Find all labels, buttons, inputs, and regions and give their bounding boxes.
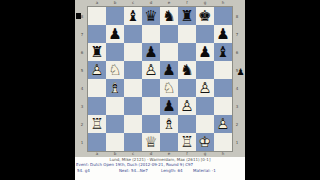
rank-labels-left: 87654321 xyxy=(79,7,85,151)
square-a6: ♜ xyxy=(88,43,106,61)
square-c2 xyxy=(124,115,142,133)
square-a8 xyxy=(88,7,106,25)
piece-black-bishop: ♝ xyxy=(214,43,232,61)
square-c6 xyxy=(124,43,142,61)
square-b7: ♟ xyxy=(106,25,124,43)
piece-black-rook: ♜ xyxy=(178,7,196,25)
square-g8: ♚ xyxy=(196,7,214,25)
coordinate-label: 1 xyxy=(79,133,85,151)
square-e8: ♞ xyxy=(160,7,178,25)
square-b8 xyxy=(106,7,124,25)
square-c5 xyxy=(124,61,142,79)
square-d7 xyxy=(142,25,160,43)
piece-black-pawn: ♟ xyxy=(106,25,124,43)
square-e4: ♞♘ xyxy=(160,79,178,97)
square-f1: ♜♖ xyxy=(178,133,196,151)
square-h2: ♟♙ xyxy=(214,115,232,133)
square-c4 xyxy=(124,79,142,97)
piece-white-rook-outline: ♖ xyxy=(88,115,106,133)
square-e6 xyxy=(160,43,178,61)
square-d2 xyxy=(142,115,160,133)
piece-white-knight-outline: ♘ xyxy=(106,61,124,79)
piece-white-pawn-outline: ♙ xyxy=(196,79,214,97)
square-a3 xyxy=(88,97,106,115)
square-f5: ♞ xyxy=(178,61,196,79)
rank-labels-right: 87654321 xyxy=(234,7,240,151)
piece-black-pawn: ♟ xyxy=(196,43,214,61)
piece-white-pawn-outline: ♙ xyxy=(178,97,196,115)
square-a2: ♜♖ xyxy=(88,115,106,133)
square-c7 xyxy=(124,25,142,43)
square-h4 xyxy=(214,79,232,97)
square-f3: ♟♙ xyxy=(178,97,196,115)
square-e5: ♟ xyxy=(160,61,178,79)
coordinate-label: 6 xyxy=(79,43,85,61)
coordinate-label: 2 xyxy=(234,115,240,133)
square-d6: ♟ xyxy=(142,43,160,61)
square-g2 xyxy=(196,115,214,133)
square-d5: ♟♙ xyxy=(142,61,160,79)
coordinate-label: a xyxy=(88,0,106,6)
square-b6 xyxy=(106,43,124,61)
coordinate-label: g xyxy=(196,0,214,6)
coordinate-label: 7 xyxy=(234,25,240,43)
square-a1 xyxy=(88,133,106,151)
event-line: Event: Dutch Open 19th, Duch (2012-09-21… xyxy=(76,162,246,167)
chess-diagram-panel: abcdefgh 87654321 87654321 ♝♛♞♜♚♟♟♜♟♟♝♟♙… xyxy=(75,0,245,180)
coordinate-label: 4 xyxy=(79,79,85,97)
square-a7 xyxy=(88,25,106,43)
material-balance: Material: -1 xyxy=(193,168,216,173)
captured-material-pawn-icon: ♟ xyxy=(236,66,245,78)
square-g3 xyxy=(196,97,214,115)
coordinate-label: 4 xyxy=(234,79,240,97)
coordinate-label: 5 xyxy=(79,61,85,79)
coordinate-label: h xyxy=(214,0,232,6)
piece-black-pawn: ♟ xyxy=(160,61,178,79)
move-info-row: 54. g4 Next: 54...Ne7 Length: 64 Materia… xyxy=(75,168,245,173)
move-played: 54. g4 xyxy=(77,168,90,173)
coordinate-label: 1 xyxy=(234,133,240,151)
square-f4 xyxy=(178,79,196,97)
square-d3 xyxy=(142,97,160,115)
square-a5: ♟♙ xyxy=(88,61,106,79)
square-f8: ♜ xyxy=(178,7,196,25)
square-e7 xyxy=(160,25,178,43)
square-h3 xyxy=(214,97,232,115)
piece-white-queen-outline: ♕ xyxy=(142,133,160,151)
coordinate-label: 7 xyxy=(79,25,85,43)
piece-black-pawn: ♟ xyxy=(160,97,178,115)
square-h1 xyxy=(214,133,232,151)
square-g1: ♚♔ xyxy=(196,133,214,151)
coordinate-label: 3 xyxy=(79,97,85,115)
square-g4: ♟♙ xyxy=(196,79,214,97)
letterbox-left xyxy=(0,0,75,180)
square-f7 xyxy=(178,25,196,43)
piece-white-bishop-outline: ♗ xyxy=(160,115,178,133)
square-d1: ♛♕ xyxy=(142,133,160,151)
game-caption: Lund, Mike (2121) - Warmerdam, Max (2611… xyxy=(75,157,245,180)
piece-white-king-outline: ♔ xyxy=(196,133,214,151)
letterbox-right xyxy=(245,0,320,180)
piece-black-knight: ♞ xyxy=(178,61,196,79)
square-c1 xyxy=(124,133,142,151)
game-length: Length: 64 xyxy=(161,168,183,173)
square-b2 xyxy=(106,115,124,133)
piece-black-pawn: ♟ xyxy=(142,43,160,61)
square-d4 xyxy=(142,79,160,97)
square-b1 xyxy=(106,133,124,151)
square-g6: ♟ xyxy=(196,43,214,61)
coordinate-label: f xyxy=(178,0,196,6)
square-g5 xyxy=(196,61,214,79)
piece-white-rook-outline: ♖ xyxy=(178,133,196,151)
piece-black-king: ♚ xyxy=(196,7,214,25)
piece-black-queen: ♛ xyxy=(142,7,160,25)
square-e2: ♝♗ xyxy=(160,115,178,133)
piece-white-knight-outline: ♘ xyxy=(160,79,178,97)
square-e1 xyxy=(160,133,178,151)
coordinate-label: 3 xyxy=(234,97,240,115)
square-h6: ♝ xyxy=(214,43,232,61)
coordinate-label: b xyxy=(106,0,124,6)
coordinate-label: 2 xyxy=(79,115,85,133)
piece-white-pawn-outline: ♙ xyxy=(88,61,106,79)
piece-black-knight: ♞ xyxy=(160,7,178,25)
chess-board: ♝♛♞♜♚♟♟♜♟♟♝♟♙♞♘♟♙♟♞♝♗♞♘♟♙♟♟♙♜♖♝♗♟♙♛♕♜♖♚♔ xyxy=(88,7,232,151)
coordinate-label: 6 xyxy=(234,43,240,61)
coordinate-label: c xyxy=(124,0,142,6)
square-g7 xyxy=(196,25,214,43)
piece-black-rook: ♜ xyxy=(88,43,106,61)
coordinate-label: 8 xyxy=(234,7,240,25)
piece-black-bishop: ♝ xyxy=(124,7,142,25)
square-b4: ♝♗ xyxy=(106,79,124,97)
square-e3: ♟ xyxy=(160,97,178,115)
piece-white-bishop-outline: ♗ xyxy=(106,79,124,97)
square-b5: ♞♘ xyxy=(106,61,124,79)
piece-white-pawn-outline: ♙ xyxy=(214,115,232,133)
square-h5 xyxy=(214,61,232,79)
square-f6 xyxy=(178,43,196,61)
square-c3 xyxy=(124,97,142,115)
coordinate-label: e xyxy=(160,0,178,6)
square-h7: ♟ xyxy=(214,25,232,43)
black-to-move-indicator xyxy=(76,13,81,19)
coordinate-label: d xyxy=(142,0,160,6)
square-f2 xyxy=(178,115,196,133)
file-labels-top: abcdefgh xyxy=(88,0,232,6)
next-move: Next: 54...Ne7 xyxy=(119,168,148,173)
square-c8: ♝ xyxy=(124,7,142,25)
square-d8: ♛ xyxy=(142,7,160,25)
square-b3 xyxy=(106,97,124,115)
square-h8 xyxy=(214,7,232,25)
piece-white-pawn-outline: ♙ xyxy=(142,61,160,79)
square-a4 xyxy=(88,79,106,97)
piece-black-pawn: ♟ xyxy=(214,25,232,43)
